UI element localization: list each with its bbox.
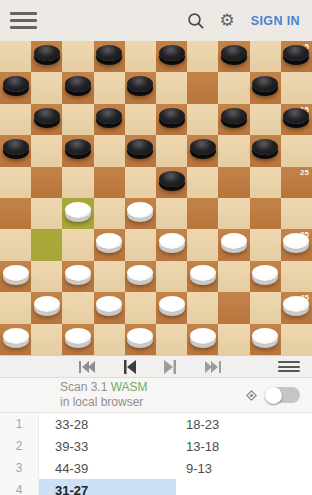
square-18[interactable] (125, 135, 156, 166)
white-move[interactable]: 31-27 (39, 479, 176, 495)
analysis-target-icon[interactable] (245, 389, 258, 402)
light-square (0, 104, 31, 135)
light-square (218, 324, 249, 355)
white-man-35[interactable] (283, 233, 309, 249)
light-square (156, 135, 187, 166)
square-30[interactable] (250, 198, 281, 229)
square-28[interactable] (125, 198, 156, 229)
light-square (125, 41, 156, 72)
move-row: 239-3313-18 (0, 435, 312, 457)
square-31[interactable] (31, 229, 62, 260)
white-man-49[interactable] (190, 328, 216, 344)
square-48[interactable] (125, 324, 156, 355)
move-number: 1 (0, 413, 39, 435)
square-8[interactable] (125, 72, 156, 103)
square-32[interactable] (94, 229, 125, 260)
black-move[interactable]: 9-13 (176, 457, 312, 479)
skip-to-start-icon[interactable] (79, 361, 95, 373)
light-square (250, 104, 281, 135)
light-square (156, 72, 187, 103)
light-square (0, 167, 31, 198)
black-man-23[interactable] (159, 171, 185, 187)
toggle-knob[interactable] (265, 387, 282, 404)
square-39[interactable] (187, 261, 218, 292)
square-22[interactable] (94, 167, 125, 198)
gear-icon[interactable]: ⚙ (219, 12, 234, 29)
light-square (187, 167, 218, 198)
move-row: 344-399-13 (0, 457, 312, 479)
light-square (250, 229, 281, 260)
white-move[interactable]: 44-39 (39, 457, 176, 479)
light-square (250, 292, 281, 323)
black-man-14[interactable] (221, 108, 247, 124)
white-man-50[interactable] (252, 328, 278, 344)
light-square (218, 135, 249, 166)
square-37[interactable] (62, 261, 93, 292)
square-36[interactable] (0, 261, 31, 292)
light-square (281, 261, 312, 292)
black-man-16[interactable] (3, 139, 29, 155)
white-man-45[interactable] (283, 296, 309, 312)
light-square (94, 72, 125, 103)
square-1[interactable] (31, 41, 62, 72)
light-square (125, 104, 156, 135)
black-man-4[interactable] (221, 45, 247, 61)
square-number-label: 25 (300, 168, 309, 177)
sign-in-button[interactable]: SIGN IN (251, 14, 300, 28)
search-icon[interactable] (187, 12, 205, 30)
light-square (281, 324, 312, 355)
step-forward-icon[interactable] (164, 360, 176, 374)
light-square (218, 261, 249, 292)
square-19[interactable] (187, 135, 218, 166)
engine-name: Scan 3.1 (60, 380, 107, 394)
playback-toolbar (0, 355, 312, 378)
square-33[interactable] (156, 229, 187, 260)
light-square (94, 324, 125, 355)
black-man-15[interactable] (283, 108, 309, 124)
move-list: 133-2818-23239-3313-18344-399-13431-27 (0, 413, 312, 495)
black-man-10[interactable] (252, 76, 278, 92)
black-man-2[interactable] (96, 45, 122, 61)
top-app-bar: ⚙ SIGN IN (0, 0, 312, 41)
step-back-icon[interactable] (124, 360, 136, 374)
move-number: 4 (0, 479, 39, 495)
light-square (156, 198, 187, 229)
engine-toggle[interactable] (266, 387, 300, 403)
square-4[interactable] (218, 41, 249, 72)
white-man-47[interactable] (65, 328, 91, 344)
square-3[interactable] (156, 41, 187, 72)
light-square (250, 41, 281, 72)
light-square (125, 292, 156, 323)
engine-panel: Scan 3.1 WASM in local browser (0, 378, 312, 413)
skip-to-end-icon[interactable] (205, 361, 221, 373)
square-23[interactable] (156, 167, 187, 198)
black-man-7[interactable] (65, 76, 91, 92)
light-square (281, 72, 312, 103)
black-man-17[interactable] (65, 139, 91, 155)
white-man-43[interactable] (159, 296, 185, 312)
square-11[interactable] (31, 104, 62, 135)
square-47[interactable] (62, 324, 93, 355)
light-square (0, 41, 31, 72)
black-man-20[interactable] (252, 139, 278, 155)
light-square (187, 229, 218, 260)
moves-menu-icon[interactable] (278, 359, 300, 375)
light-square (218, 72, 249, 103)
move-number: 3 (0, 457, 39, 479)
square-5[interactable]: 5 (281, 41, 312, 72)
white-man-34[interactable] (221, 233, 247, 249)
light-square (31, 135, 62, 166)
light-square (31, 324, 62, 355)
square-26[interactable] (0, 198, 31, 229)
move-row: 133-2818-23 (0, 413, 312, 435)
square-50[interactable] (250, 324, 281, 355)
white-man-32[interactable] (96, 233, 122, 249)
square-40[interactable] (250, 261, 281, 292)
square-45[interactable]: 45 (281, 292, 312, 323)
light-square (281, 135, 312, 166)
square-24[interactable] (218, 167, 249, 198)
square-44[interactable] (218, 292, 249, 323)
white-man-27[interactable] (65, 202, 91, 218)
square-46[interactable] (0, 324, 31, 355)
black-man-1[interactable] (34, 45, 60, 61)
white-move[interactable]: 33-28 (39, 413, 176, 435)
white-man-37[interactable] (65, 265, 91, 281)
black-man-5[interactable] (283, 45, 309, 61)
light-square (250, 167, 281, 198)
light-square (156, 324, 187, 355)
white-man-28[interactable] (127, 202, 153, 218)
white-man-36[interactable] (3, 265, 29, 281)
square-41[interactable] (31, 292, 62, 323)
square-13[interactable] (156, 104, 187, 135)
black-man-8[interactable] (127, 76, 153, 92)
light-square (94, 198, 125, 229)
white-man-40[interactable] (252, 265, 278, 281)
light-square (62, 292, 93, 323)
black-man-12[interactable] (96, 108, 122, 124)
light-square (62, 229, 93, 260)
white-move[interactable]: 39-33 (39, 435, 176, 457)
square-25[interactable]: 25 (281, 167, 312, 198)
square-49[interactable] (187, 324, 218, 355)
light-square (156, 261, 187, 292)
light-square (187, 104, 218, 135)
square-43[interactable] (156, 292, 187, 323)
draughts-board: 515253545 (0, 41, 312, 355)
engine-label: Scan 3.1 WASM in local browser (60, 380, 148, 410)
light-square (0, 292, 31, 323)
black-move[interactable]: 13-18 (176, 435, 312, 457)
light-square (31, 261, 62, 292)
square-14[interactable] (218, 104, 249, 135)
square-42[interactable] (94, 292, 125, 323)
square-21[interactable] (31, 167, 62, 198)
black-man-18[interactable] (127, 139, 153, 155)
white-man-46[interactable] (3, 328, 29, 344)
move-number: 2 (0, 435, 39, 457)
square-29[interactable] (187, 198, 218, 229)
light-square (62, 41, 93, 72)
black-man-19[interactable] (190, 139, 216, 155)
square-35[interactable]: 35 (281, 229, 312, 260)
white-man-41[interactable] (34, 296, 60, 312)
square-7[interactable] (62, 72, 93, 103)
black-move (176, 479, 312, 495)
light-square (0, 229, 31, 260)
black-move[interactable]: 18-23 (176, 413, 312, 435)
square-12[interactable] (94, 104, 125, 135)
engine-subtitle: in local browser (60, 395, 148, 410)
light-square (125, 167, 156, 198)
square-15[interactable]: 15 (281, 104, 312, 135)
square-16[interactable] (0, 135, 31, 166)
light-square (125, 229, 156, 260)
square-2[interactable] (94, 41, 125, 72)
black-man-13[interactable] (159, 108, 185, 124)
square-38[interactable] (125, 261, 156, 292)
square-27[interactable] (62, 198, 93, 229)
light-square (31, 198, 62, 229)
square-17[interactable] (62, 135, 93, 166)
light-square (62, 104, 93, 135)
square-34[interactable] (218, 229, 249, 260)
white-man-33[interactable] (159, 233, 185, 249)
square-20[interactable] (250, 135, 281, 166)
black-man-3[interactable] (159, 45, 185, 61)
menu-icon[interactable] (10, 8, 37, 34)
black-man-11[interactable] (34, 108, 60, 124)
light-square (281, 198, 312, 229)
light-square (218, 198, 249, 229)
light-square (94, 261, 125, 292)
move-row: 431-27 (0, 479, 312, 495)
light-square (31, 72, 62, 103)
black-man-6[interactable] (3, 76, 29, 92)
engine-runtime: WASM (111, 380, 148, 394)
white-man-48[interactable] (127, 328, 153, 344)
light-square (187, 41, 218, 72)
white-man-42[interactable] (96, 296, 122, 312)
light-square (187, 292, 218, 323)
square-6[interactable] (0, 72, 31, 103)
light-square (94, 135, 125, 166)
square-9[interactable] (187, 72, 218, 103)
light-square (62, 167, 93, 198)
white-man-39[interactable] (190, 265, 216, 281)
square-10[interactable] (250, 72, 281, 103)
white-man-38[interactable] (127, 265, 153, 281)
